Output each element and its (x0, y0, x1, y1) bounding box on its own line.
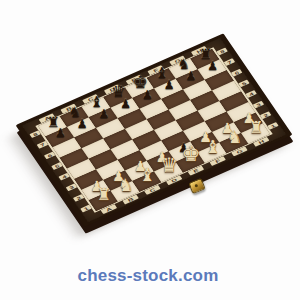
rank-label-left-7: 7 (37, 141, 49, 149)
rank-label-left-3: 3 (66, 183, 78, 191)
rank-label-left-4: 4 (58, 173, 70, 181)
rank-label-right-1: 1 (267, 122, 279, 130)
rank-label-right-5: 5 (238, 79, 250, 87)
rank-label-left-2: 2 (73, 194, 85, 202)
rank-label-right-4: 4 (245, 90, 257, 98)
product-photo: ♜♞♝♛♚♝♞♜♟♟♟♟♟♟♟♟♟♟♟♟♟♟♟♟♜♞♝♛♚♝♞♜ AABBCCD… (0, 0, 300, 300)
rank-label-right-7: 7 (224, 58, 236, 66)
rank-label-left-6: 6 (44, 152, 56, 160)
rank-label-right-6: 6 (231, 69, 243, 77)
watermark-text: chess-stock.com (0, 266, 296, 286)
rank-label-left-1: 1 (80, 205, 92, 213)
rank-label-left-8: 8 (29, 130, 41, 138)
rank-label-left-5: 5 (51, 162, 63, 170)
rank-label-right-3: 3 (253, 101, 265, 109)
rank-label-right-8: 8 (216, 48, 228, 56)
